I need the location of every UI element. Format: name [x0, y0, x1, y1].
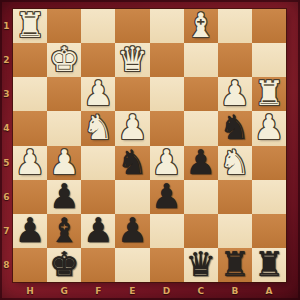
- square-g6[interactable]: ♟: [47, 180, 81, 214]
- square-b2[interactable]: [218, 43, 252, 77]
- piece-white-pawn: ♟: [83, 76, 113, 110]
- square-c2[interactable]: [184, 43, 218, 77]
- square-g3[interactable]: [47, 77, 81, 111]
- square-e3[interactable]: [115, 77, 149, 111]
- file-label-d: D: [150, 281, 184, 300]
- square-c7[interactable]: [184, 214, 218, 248]
- square-c5[interactable]: ♟: [184, 146, 218, 180]
- piece-white-pawn: ♟: [15, 145, 45, 179]
- square-h2[interactable]: [13, 43, 47, 77]
- square-g8[interactable]: ♚: [47, 248, 81, 282]
- square-g5[interactable]: ♟: [47, 146, 81, 180]
- rank-label-2: 2: [0, 43, 13, 77]
- square-g4[interactable]: [47, 111, 81, 145]
- file-labels: HGFEDCBA: [13, 281, 286, 300]
- square-d2[interactable]: [150, 43, 184, 77]
- file-label-h: H: [13, 281, 47, 300]
- square-h5[interactable]: ♟: [13, 146, 47, 180]
- square-h6[interactable]: [13, 180, 47, 214]
- square-f6[interactable]: [81, 180, 115, 214]
- piece-white-pawn: ♟: [151, 145, 181, 179]
- square-e5[interactable]: ♞: [115, 146, 149, 180]
- square-c4[interactable]: [184, 111, 218, 145]
- square-a7[interactable]: [252, 214, 286, 248]
- square-b6[interactable]: [218, 180, 252, 214]
- file-label-f: F: [81, 281, 115, 300]
- square-b4[interactable]: ♞: [218, 111, 252, 145]
- square-b3[interactable]: ♟: [218, 77, 252, 111]
- square-f3[interactable]: ♟: [81, 77, 115, 111]
- square-e8[interactable]: [115, 248, 149, 282]
- piece-white-queen: ♛: [117, 42, 147, 76]
- piece-white-rook: ♜: [254, 76, 284, 110]
- square-h3[interactable]: [13, 77, 47, 111]
- piece-white-king: ♚: [49, 42, 79, 76]
- square-c3[interactable]: [184, 77, 218, 111]
- square-h4[interactable]: [13, 111, 47, 145]
- square-f2[interactable]: [81, 43, 115, 77]
- square-b5[interactable]: ♞: [218, 146, 252, 180]
- square-c1[interactable]: ♝: [184, 9, 218, 43]
- square-a5[interactable]: [252, 146, 286, 180]
- square-f8[interactable]: [81, 248, 115, 282]
- piece-white-rook: ♜: [15, 8, 45, 42]
- square-e1[interactable]: [115, 9, 149, 43]
- piece-white-pawn: ♟: [254, 110, 284, 144]
- square-f7[interactable]: ♟: [81, 214, 115, 248]
- piece-black-king: ♚: [49, 247, 79, 281]
- piece-white-bishop: ♝: [185, 8, 215, 42]
- piece-black-pawn: ♟: [15, 213, 45, 247]
- square-g2[interactable]: ♚: [47, 43, 81, 77]
- rank-label-5: 5: [0, 146, 13, 180]
- square-f4[interactable]: ♞: [81, 111, 115, 145]
- square-d4[interactable]: [150, 111, 184, 145]
- rank-label-3: 3: [0, 77, 13, 111]
- piece-black-rook: ♜: [220, 247, 250, 281]
- piece-black-queen: ♛: [185, 247, 215, 281]
- square-d1[interactable]: [150, 9, 184, 43]
- square-e6[interactable]: [115, 180, 149, 214]
- piece-black-rook: ♜: [254, 247, 284, 281]
- piece-white-pawn: ♟: [117, 110, 147, 144]
- square-a6[interactable]: [252, 180, 286, 214]
- file-label-a: A: [252, 281, 286, 300]
- piece-black-pawn: ♟: [49, 179, 79, 213]
- piece-black-pawn: ♟: [117, 213, 147, 247]
- square-h7[interactable]: ♟: [13, 214, 47, 248]
- square-b8[interactable]: ♜: [218, 248, 252, 282]
- square-e2[interactable]: ♛: [115, 43, 149, 77]
- square-a1[interactable]: [252, 9, 286, 43]
- rank-label-8: 8: [0, 248, 13, 282]
- file-label-e: E: [115, 281, 149, 300]
- board-grid: ♜♝♚♛♟♟♜♞♟♞♟♟♟♞♟♟♞♟♟♟♝♟♟♚♛♜♜: [13, 9, 286, 282]
- square-d8[interactable]: [150, 248, 184, 282]
- square-f5[interactable]: [81, 146, 115, 180]
- square-a3[interactable]: ♜: [252, 77, 286, 111]
- square-d5[interactable]: ♟: [150, 146, 184, 180]
- square-a8[interactable]: ♜: [252, 248, 286, 282]
- square-h8[interactable]: [13, 248, 47, 282]
- square-b1[interactable]: [218, 9, 252, 43]
- square-e4[interactable]: ♟: [115, 111, 149, 145]
- piece-white-pawn: ♟: [49, 145, 79, 179]
- square-d6[interactable]: ♟: [150, 180, 184, 214]
- piece-black-bishop: ♝: [49, 213, 79, 247]
- square-g7[interactable]: ♝: [47, 214, 81, 248]
- piece-black-pawn: ♟: [185, 145, 215, 179]
- rank-label-4: 4: [0, 111, 13, 145]
- piece-white-pawn: ♟: [220, 76, 250, 110]
- square-b7[interactable]: [218, 214, 252, 248]
- rank-label-1: 1: [0, 9, 13, 43]
- square-a4[interactable]: ♟: [252, 111, 286, 145]
- file-label-c: C: [184, 281, 218, 300]
- piece-white-knight: ♞: [83, 110, 113, 144]
- square-a2[interactable]: [252, 43, 286, 77]
- rank-label-7: 7: [0, 214, 13, 248]
- rank-labels: 12345678: [0, 9, 13, 282]
- piece-white-knight: ♞: [220, 145, 250, 179]
- rank-label-6: 6: [0, 180, 13, 214]
- square-d3[interactable]: [150, 77, 184, 111]
- square-g1[interactable]: [47, 9, 81, 43]
- square-d7[interactable]: [150, 214, 184, 248]
- piece-black-knight: ♞: [220, 110, 250, 144]
- file-label-b: B: [218, 281, 252, 300]
- piece-black-pawn: ♟: [151, 179, 181, 213]
- piece-black-knight: ♞: [117, 145, 147, 179]
- file-label-g: G: [47, 281, 81, 300]
- piece-black-pawn: ♟: [83, 213, 113, 247]
- square-h1[interactable]: ♜: [13, 9, 47, 43]
- square-e7[interactable]: ♟: [115, 214, 149, 248]
- square-f1[interactable]: [81, 9, 115, 43]
- square-c6[interactable]: [184, 180, 218, 214]
- chess-diagram: ♜♝♚♛♟♟♜♞♟♞♟♟♟♞♟♟♞♟♟♟♝♟♟♚♛♜♜ 12345678 HGF…: [0, 0, 300, 300]
- square-c8[interactable]: ♛: [184, 248, 218, 282]
